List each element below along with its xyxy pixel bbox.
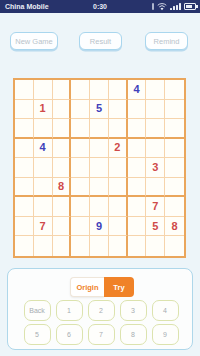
cell-r1c2[interactable]	[34, 80, 53, 100]
bluetooth-icon	[152, 3, 154, 10]
cell-r5c2[interactable]	[34, 158, 53, 178]
cell-r8c4[interactable]	[71, 217, 90, 237]
cell-r6c9[interactable]	[165, 178, 184, 198]
cell-r3c8[interactable]	[146, 119, 165, 139]
mode-toggle: Origin Try	[70, 277, 134, 297]
key-7[interactable]: 7	[88, 324, 115, 345]
key-4[interactable]: 4	[152, 300, 179, 321]
cell-r5c4[interactable]	[71, 158, 90, 178]
signal-bars-icon	[170, 3, 181, 10]
cell-r3c4[interactable]	[71, 119, 90, 139]
cell-r2c5[interactable]: 5	[90, 100, 109, 120]
cell-r8c5[interactable]: 9	[90, 217, 109, 237]
menu-row: New Game Result Remind	[0, 32, 200, 52]
new-game-button[interactable]: New Game	[10, 32, 58, 50]
cell-r4c8[interactable]	[146, 139, 165, 159]
tab-origin[interactable]: Origin	[70, 277, 104, 297]
cell-r8c3[interactable]	[53, 217, 72, 237]
cell-r4c1[interactable]	[15, 139, 34, 159]
status-bar: China Mobile 0:30	[0, 0, 200, 13]
cell-r8c2[interactable]: 7	[34, 217, 53, 237]
cell-r6c4[interactable]	[71, 178, 90, 198]
cell-r1c7[interactable]: 4	[128, 80, 147, 100]
cell-r4c9[interactable]	[165, 139, 184, 159]
cell-r8c9[interactable]: 8	[165, 217, 184, 237]
cell-r8c7[interactable]	[128, 217, 147, 237]
cell-r7c9[interactable]	[165, 197, 184, 217]
cell-r5c8[interactable]: 3	[146, 158, 165, 178]
wifi-icon	[157, 3, 167, 11]
cell-r3c9[interactable]	[165, 119, 184, 139]
cell-r3c6[interactable]	[109, 119, 128, 139]
sudoku-board: 415423877958	[13, 78, 186, 258]
cell-r9c8[interactable]	[146, 236, 165, 256]
cell-r1c3[interactable]	[53, 80, 72, 100]
cell-r9c7[interactable]	[128, 236, 147, 256]
cell-r2c9[interactable]	[165, 100, 184, 120]
cell-r8c8[interactable]: 5	[146, 217, 165, 237]
key-9[interactable]: 9	[152, 324, 179, 345]
cell-r5c7[interactable]	[128, 158, 147, 178]
cell-r3c7[interactable]	[128, 119, 147, 139]
key-5[interactable]: 5	[24, 324, 51, 345]
cell-r5c5[interactable]	[90, 158, 109, 178]
key-1[interactable]: 1	[56, 300, 83, 321]
cell-r5c9[interactable]	[165, 158, 184, 178]
cell-r7c8[interactable]: 7	[146, 197, 165, 217]
cell-r8c1[interactable]	[15, 217, 34, 237]
cell-r4c5[interactable]	[90, 139, 109, 159]
battery-icon	[184, 3, 196, 10]
cell-r7c7[interactable]	[128, 197, 147, 217]
key-6[interactable]: 6	[56, 324, 83, 345]
key-8[interactable]: 8	[120, 324, 147, 345]
cell-r9c9[interactable]	[165, 236, 184, 256]
cell-r5c3[interactable]	[53, 158, 72, 178]
cell-r1c9[interactable]	[165, 80, 184, 100]
cell-r2c8[interactable]	[146, 100, 165, 120]
cell-r9c4[interactable]	[71, 236, 90, 256]
cell-r7c5[interactable]	[90, 197, 109, 217]
cell-r4c3[interactable]	[53, 139, 72, 159]
cell-r3c2[interactable]	[34, 119, 53, 139]
cell-r4c2[interactable]: 4	[34, 139, 53, 159]
cell-r2c4[interactable]	[71, 100, 90, 120]
cell-r3c1[interactable]	[15, 119, 34, 139]
remind-button[interactable]: Remind	[145, 32, 188, 50]
cell-r4c6[interactable]: 2	[109, 139, 128, 159]
cell-r6c1[interactable]	[15, 178, 34, 198]
cell-r1c8[interactable]	[146, 80, 165, 100]
cell-r2c2[interactable]: 1	[34, 100, 53, 120]
cell-r7c3[interactable]	[53, 197, 72, 217]
cell-r3c5[interactable]	[90, 119, 109, 139]
keypad-row: 56789	[8, 324, 194, 345]
cell-r7c4[interactable]	[71, 197, 90, 217]
status-icons	[152, 0, 196, 13]
cell-r7c6[interactable]	[109, 197, 128, 217]
cell-r3c3[interactable]	[53, 119, 72, 139]
cell-r5c1[interactable]	[15, 158, 34, 178]
cell-r6c3[interactable]: 8	[53, 178, 72, 198]
cell-r1c1[interactable]	[15, 80, 34, 100]
cell-r2c7[interactable]	[128, 100, 147, 120]
cell-r6c8[interactable]	[146, 178, 165, 198]
input-panel: Origin Try Back1234 56789	[7, 268, 193, 350]
cell-r9c2[interactable]	[34, 236, 53, 256]
cell-r6c7[interactable]	[128, 178, 147, 198]
tab-try[interactable]: Try	[104, 277, 134, 297]
cell-r1c5[interactable]	[90, 80, 109, 100]
cell-r9c1[interactable]	[15, 236, 34, 256]
cell-r9c5[interactable]	[90, 236, 109, 256]
cell-r8c6[interactable]	[109, 217, 128, 237]
cell-r7c1[interactable]	[15, 197, 34, 217]
cell-r5c6[interactable]	[109, 158, 128, 178]
cell-r2c1[interactable]	[15, 100, 34, 120]
cell-r2c6[interactable]	[109, 100, 128, 120]
cell-r1c4[interactable]	[71, 80, 90, 100]
cell-r2c3[interactable]	[53, 100, 72, 120]
cell-r6c5[interactable]	[90, 178, 109, 198]
key-3[interactable]: 3	[120, 300, 147, 321]
app-screen: China Mobile 0:30 New Game Result Remind…	[0, 0, 200, 356]
cell-r9c6[interactable]	[109, 236, 128, 256]
cell-r4c7[interactable]	[128, 139, 147, 159]
keypad-row: Back1234	[8, 300, 194, 321]
cell-r1c6[interactable]	[109, 80, 128, 100]
cell-r4c4[interactable]	[71, 139, 90, 159]
key-2[interactable]: 2	[88, 300, 115, 321]
cell-r6c2[interactable]	[34, 178, 53, 198]
result-button[interactable]: Result	[79, 32, 122, 50]
cell-r9c3[interactable]	[53, 236, 72, 256]
back-key[interactable]: Back	[24, 300, 51, 321]
cell-r7c2[interactable]	[34, 197, 53, 217]
cell-r6c6[interactable]	[109, 178, 128, 198]
